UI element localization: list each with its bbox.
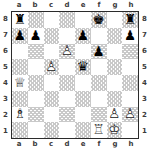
square-a7[interactable]: ♟	[12, 28, 28, 44]
square-d1[interactable]	[59, 122, 75, 138]
file-label-c: c	[43, 2, 59, 9]
square-e7[interactable]: ♟	[75, 28, 91, 44]
square-c1[interactable]	[44, 122, 60, 138]
rank-label-1: 1	[3, 128, 8, 135]
square-c8[interactable]	[44, 12, 60, 28]
square-e1[interactable]	[75, 122, 91, 138]
white-pawn: ♟♙	[122, 107, 138, 123]
square-f7[interactable]	[91, 28, 107, 44]
square-f4[interactable]	[91, 75, 107, 91]
file-label-h: h	[123, 2, 139, 9]
square-b2[interactable]	[28, 107, 44, 123]
white-pawn: ♟♙	[44, 59, 60, 75]
chess-diagram: abcdefgh 87654321 ♜♚♜♟♟♟♟♟♙♟♟♙♛♛♕♝♗♟♙♟♙♜…	[0, 0, 150, 150]
square-a1[interactable]	[12, 122, 28, 138]
black-queen: ♛	[75, 59, 91, 75]
square-a6[interactable]	[12, 44, 28, 60]
square-h4[interactable]	[122, 75, 138, 91]
square-b8[interactable]	[28, 12, 44, 28]
file-label-a: a	[11, 141, 27, 148]
square-c7[interactable]	[44, 28, 60, 44]
square-f2[interactable]	[91, 107, 107, 123]
square-d2[interactable]	[59, 107, 75, 123]
file-label-c: c	[43, 141, 59, 148]
square-d6[interactable]: ♟♙	[59, 44, 75, 60]
square-f1[interactable]: ♜♖	[91, 122, 107, 138]
black-pawn: ♟	[75, 28, 91, 44]
square-b4[interactable]	[28, 75, 44, 91]
square-e5[interactable]: ♛	[75, 59, 91, 75]
square-d5[interactable]	[59, 59, 75, 75]
file-label-h: h	[123, 141, 139, 148]
square-f8[interactable]: ♚	[91, 12, 107, 28]
square-g2[interactable]: ♟♙	[107, 107, 123, 123]
rank-label-1: 1	[142, 128, 147, 135]
file-label-f: f	[91, 141, 107, 148]
white-bishop: ♝♗	[12, 107, 28, 123]
square-e3[interactable]	[75, 91, 91, 107]
square-h3[interactable]	[122, 91, 138, 107]
square-a4[interactable]: ♛♕	[12, 75, 28, 91]
white-pawn: ♟♙	[59, 44, 75, 60]
rank-label-6: 6	[3, 48, 8, 55]
square-a5[interactable]	[12, 59, 28, 75]
rank-label-8: 8	[3, 16, 8, 23]
rank-label-7: 7	[142, 32, 147, 39]
square-e6[interactable]	[75, 44, 91, 60]
square-b7[interactable]: ♟	[28, 28, 44, 44]
square-d8[interactable]	[59, 12, 75, 28]
piece-outline: ♙	[45, 60, 57, 73]
square-g6[interactable]	[107, 44, 123, 60]
rank-label-5: 5	[142, 64, 147, 71]
square-f3[interactable]	[91, 91, 107, 107]
black-rook: ♜	[12, 12, 28, 28]
square-g8[interactable]	[107, 12, 123, 28]
square-c3[interactable]	[44, 91, 60, 107]
chess-board: ♜♚♜♟♟♟♟♟♙♟♟♙♛♛♕♝♗♟♙♟♙♜♖♚♔	[11, 11, 139, 139]
square-d7[interactable]	[59, 28, 75, 44]
file-label-d: d	[59, 141, 75, 148]
square-e8[interactable]	[75, 12, 91, 28]
square-f5[interactable]	[91, 59, 107, 75]
rank-labels-left: 87654321	[0, 11, 11, 139]
rank-labels-right: 87654321	[139, 11, 150, 139]
file-label-g: g	[107, 2, 123, 9]
piece-outline: ♙	[108, 107, 120, 120]
square-h1[interactable]	[122, 122, 138, 138]
file-label-f: f	[91, 2, 107, 9]
square-g4[interactable]	[107, 75, 123, 91]
square-e4[interactable]	[75, 75, 91, 91]
rank-label-2: 2	[142, 112, 147, 119]
piece-outline: ♕	[14, 76, 26, 89]
square-d3[interactable]	[59, 91, 75, 107]
square-h2[interactable]: ♟♙	[122, 107, 138, 123]
square-a8[interactable]: ♜	[12, 12, 28, 28]
rank-label-4: 4	[3, 80, 8, 87]
file-label-b: b	[27, 2, 43, 9]
square-h7[interactable]: ♟	[122, 28, 138, 44]
rank-label-3: 3	[142, 96, 147, 103]
square-f6[interactable]: ♟	[91, 44, 107, 60]
square-g5[interactable]	[107, 59, 123, 75]
square-c5[interactable]: ♟♙	[44, 59, 60, 75]
piece-outline: ♔	[108, 123, 120, 136]
piece-outline: ♙	[124, 107, 136, 120]
file-labels-top: abcdefgh	[11, 0, 139, 11]
square-g1[interactable]: ♚♔	[107, 122, 123, 138]
rank-label-6: 6	[142, 48, 147, 55]
square-b1[interactable]	[28, 122, 44, 138]
rank-label-3: 3	[3, 96, 8, 103]
square-h6[interactable]	[122, 44, 138, 60]
white-rook: ♜♖	[91, 122, 107, 138]
file-label-e: e	[75, 141, 91, 148]
square-b5[interactable]	[28, 59, 44, 75]
rank-label-8: 8	[142, 16, 147, 23]
square-a2[interactable]: ♝♗	[12, 107, 28, 123]
square-a3[interactable]	[12, 91, 28, 107]
square-h5[interactable]	[122, 59, 138, 75]
square-e2[interactable]	[75, 107, 91, 123]
black-rook: ♜	[122, 12, 138, 28]
rank-label-7: 7	[3, 32, 8, 39]
piece-outline: ♗	[14, 107, 26, 120]
white-queen: ♛♕	[12, 75, 28, 91]
square-d4[interactable]	[59, 75, 75, 91]
square-b3[interactable]	[28, 91, 44, 107]
file-label-e: e	[75, 2, 91, 9]
black-king: ♚	[91, 12, 107, 28]
square-b6[interactable]	[28, 44, 44, 60]
rank-label-2: 2	[3, 112, 8, 119]
file-labels-bottom: abcdefgh	[11, 139, 139, 150]
square-c2[interactable]	[44, 107, 60, 123]
square-c6[interactable]	[44, 44, 60, 60]
file-label-g: g	[107, 141, 123, 148]
black-pawn: ♟	[28, 28, 44, 44]
file-label-b: b	[27, 141, 43, 148]
rank-label-5: 5	[3, 64, 8, 71]
square-h8[interactable]: ♜	[122, 12, 138, 28]
square-g3[interactable]	[107, 91, 123, 107]
rank-label-4: 4	[142, 80, 147, 87]
white-king: ♚♔	[107, 122, 123, 138]
piece-outline: ♖	[93, 123, 105, 136]
square-c4[interactable]	[44, 75, 60, 91]
white-pawn: ♟♙	[107, 107, 123, 123]
black-pawn: ♟	[122, 28, 138, 44]
square-g7[interactable]	[107, 28, 123, 44]
piece-outline: ♙	[61, 44, 73, 58]
black-pawn: ♟	[91, 44, 107, 60]
file-label-d: d	[59, 2, 75, 9]
file-label-a: a	[11, 2, 27, 9]
black-pawn: ♟	[12, 28, 28, 44]
